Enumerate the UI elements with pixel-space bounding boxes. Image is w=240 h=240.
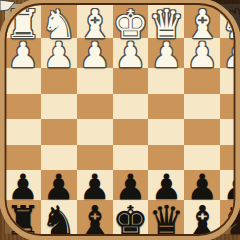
square-f5[interactable] bbox=[77, 119, 113, 145]
square-c8[interactable]: ♝ bbox=[184, 200, 220, 234]
square-c4[interactable] bbox=[184, 94, 220, 120]
piece-black-queen: ♛ bbox=[148, 200, 184, 240]
square-d7[interactable]: ♟ bbox=[148, 170, 184, 200]
piece-black-bishop: ♝ bbox=[184, 200, 220, 240]
square-b8[interactable]: ♞ bbox=[220, 200, 240, 234]
chess-board: ♜♞♝♚♛♝♞♜♟♟♟♟♟♟♟♟♟♟♟♟♟♟♟♟♜♞♝♚♛♝♞♜ bbox=[5, 4, 234, 234]
square-e2[interactable]: ♟ bbox=[113, 38, 149, 68]
square-g4[interactable] bbox=[41, 94, 77, 120]
square-f3[interactable] bbox=[77, 68, 113, 94]
square-e6[interactable] bbox=[113, 145, 149, 171]
square-d1[interactable]: ♛ bbox=[148, 4, 184, 38]
square-b7[interactable]: ♟ bbox=[220, 170, 240, 200]
square-h3[interactable] bbox=[5, 68, 41, 94]
square-f7[interactable]: ♟ bbox=[77, 170, 113, 200]
square-f8[interactable]: ♝ bbox=[77, 200, 113, 234]
piece-black-rook: ♜ bbox=[5, 200, 41, 240]
square-g1[interactable]: ♞ bbox=[41, 4, 77, 38]
square-f1[interactable]: ♝ bbox=[77, 4, 113, 38]
square-e7[interactable]: ♟ bbox=[113, 170, 149, 200]
square-c5[interactable] bbox=[184, 119, 220, 145]
square-h6[interactable] bbox=[5, 145, 41, 171]
square-g7[interactable]: ♟ bbox=[41, 170, 77, 200]
square-c6[interactable] bbox=[184, 145, 220, 171]
square-g5[interactable] bbox=[41, 119, 77, 145]
chess-app-screen: ♜♞♝♚♛♝♞♜♟♟♟♟♟♟♟♟♟♟♟♟♟♟♟♟♜♞♝♚♛♝♞♜ bbox=[0, 0, 240, 240]
square-f2[interactable]: ♟ bbox=[77, 38, 113, 68]
square-e3[interactable] bbox=[113, 68, 149, 94]
square-h5[interactable] bbox=[5, 119, 41, 145]
square-h8[interactable]: ♜ bbox=[5, 200, 41, 234]
square-b2[interactable]: ♟ bbox=[220, 38, 240, 68]
piece-black-bishop: ♝ bbox=[77, 200, 113, 240]
square-d3[interactable] bbox=[148, 68, 184, 94]
piece-black-knight: ♞ bbox=[220, 200, 240, 240]
square-h4[interactable] bbox=[5, 94, 41, 120]
square-g2[interactable]: ♟ bbox=[41, 38, 77, 68]
square-c3[interactable] bbox=[184, 68, 220, 94]
square-e4[interactable] bbox=[113, 94, 149, 120]
square-f4[interactable] bbox=[77, 94, 113, 120]
square-g6[interactable] bbox=[41, 145, 77, 171]
square-g3[interactable] bbox=[41, 68, 77, 94]
square-d4[interactable] bbox=[148, 94, 184, 120]
square-e5[interactable] bbox=[113, 119, 149, 145]
square-b4[interactable] bbox=[220, 94, 240, 120]
piece-black-knight: ♞ bbox=[41, 200, 77, 240]
square-e8[interactable]: ♚ bbox=[113, 200, 149, 234]
square-c2[interactable]: ♟ bbox=[184, 38, 220, 68]
square-d6[interactable] bbox=[148, 145, 184, 171]
square-d2[interactable]: ♟ bbox=[148, 38, 184, 68]
square-b1[interactable]: ♞ bbox=[220, 4, 240, 38]
square-c1[interactable]: ♝ bbox=[184, 4, 220, 38]
square-h7[interactable]: ♟ bbox=[5, 170, 41, 200]
square-e1[interactable]: ♚ bbox=[113, 4, 149, 38]
square-b6[interactable] bbox=[220, 145, 240, 171]
square-f6[interactable] bbox=[77, 145, 113, 171]
square-h2[interactable]: ♟ bbox=[5, 38, 41, 68]
square-d8[interactable]: ♛ bbox=[148, 200, 184, 234]
square-d5[interactable] bbox=[148, 119, 184, 145]
square-g8[interactable]: ♞ bbox=[41, 200, 77, 234]
square-h1[interactable]: ♜ bbox=[5, 4, 41, 38]
piece-black-king: ♚ bbox=[113, 200, 149, 240]
square-b5[interactable] bbox=[220, 119, 240, 145]
square-c7[interactable]: ♟ bbox=[184, 170, 220, 200]
square-b3[interactable] bbox=[220, 68, 240, 94]
